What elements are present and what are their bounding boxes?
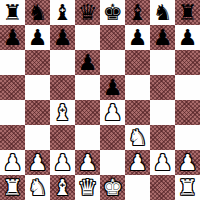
square-h2[interactable]: ♟ [175, 150, 200, 175]
square-b4[interactable] [25, 100, 50, 125]
square-b8[interactable]: ♞ [25, 0, 50, 25]
black-pawn[interactable]: ♟ [28, 25, 48, 50]
black-rook[interactable]: ♜ [178, 0, 198, 25]
black-pawn[interactable]: ♟ [3, 25, 23, 50]
white-pawn[interactable]: ♟ [153, 150, 173, 175]
square-h3[interactable] [175, 125, 200, 150]
square-a7[interactable]: ♟ [0, 25, 25, 50]
square-e3[interactable] [100, 125, 125, 150]
square-h5[interactable] [175, 75, 200, 100]
chess-board: ♜♞♝♛♚♝♞♜♟♟♟♟♟♟♟♟♝♟♞♟♟♟♟♟♟♟♜♞♝♛♚♜ [0, 0, 200, 200]
square-g5[interactable] [150, 75, 175, 100]
square-c4[interactable]: ♝ [50, 100, 75, 125]
square-b1[interactable]: ♞ [25, 175, 50, 200]
square-f1[interactable] [125, 175, 150, 200]
square-e4[interactable]: ♟ [100, 100, 125, 125]
square-a1[interactable]: ♜ [0, 175, 25, 200]
black-knight[interactable]: ♞ [28, 0, 48, 25]
square-f4[interactable] [125, 100, 150, 125]
black-pawn[interactable]: ♟ [78, 50, 98, 75]
square-e6[interactable] [100, 50, 125, 75]
black-pawn[interactable]: ♟ [53, 25, 73, 50]
square-d7[interactable] [75, 25, 100, 50]
square-d6[interactable]: ♟ [75, 50, 100, 75]
black-pawn[interactable]: ♟ [178, 25, 198, 50]
square-f5[interactable] [125, 75, 150, 100]
square-f7[interactable]: ♟ [125, 25, 150, 50]
white-king[interactable]: ♚ [103, 175, 123, 200]
white-pawn[interactable]: ♟ [28, 150, 48, 175]
square-d5[interactable] [75, 75, 100, 100]
square-a8[interactable]: ♜ [0, 0, 25, 25]
square-g8[interactable]: ♞ [150, 0, 175, 25]
square-h4[interactable] [175, 100, 200, 125]
black-bishop[interactable]: ♝ [128, 0, 148, 25]
square-e7[interactable] [100, 25, 125, 50]
black-bishop[interactable]: ♝ [53, 0, 73, 25]
white-pawn[interactable]: ♟ [128, 150, 148, 175]
square-g6[interactable] [150, 50, 175, 75]
black-pawn[interactable]: ♟ [103, 75, 123, 100]
square-h6[interactable] [175, 50, 200, 75]
black-rook[interactable]: ♜ [3, 0, 23, 25]
square-e2[interactable] [100, 150, 125, 175]
square-c2[interactable]: ♟ [50, 150, 75, 175]
square-h8[interactable]: ♜ [175, 0, 200, 25]
square-b3[interactable] [25, 125, 50, 150]
square-a2[interactable]: ♟ [0, 150, 25, 175]
square-a6[interactable] [0, 50, 25, 75]
white-pawn[interactable]: ♟ [53, 150, 73, 175]
square-c8[interactable]: ♝ [50, 0, 75, 25]
square-f6[interactable] [125, 50, 150, 75]
square-g1[interactable] [150, 175, 175, 200]
white-rook[interactable]: ♜ [178, 175, 198, 200]
square-d2[interactable]: ♟ [75, 150, 100, 175]
white-knight[interactable]: ♞ [28, 175, 48, 200]
square-e1[interactable]: ♚ [100, 175, 125, 200]
white-pawn[interactable]: ♟ [78, 150, 98, 175]
black-pawn[interactable]: ♟ [128, 25, 148, 50]
square-c1[interactable]: ♝ [50, 175, 75, 200]
square-c7[interactable]: ♟ [50, 25, 75, 50]
square-d3[interactable] [75, 125, 100, 150]
square-g2[interactable]: ♟ [150, 150, 175, 175]
square-d4[interactable] [75, 100, 100, 125]
square-g3[interactable] [150, 125, 175, 150]
black-queen[interactable]: ♛ [78, 0, 98, 25]
square-f3[interactable]: ♞ [125, 125, 150, 150]
white-queen[interactable]: ♛ [78, 175, 98, 200]
black-pawn[interactable]: ♟ [153, 25, 173, 50]
square-e8[interactable]: ♚ [100, 0, 125, 25]
square-d1[interactable]: ♛ [75, 175, 100, 200]
square-h7[interactable]: ♟ [175, 25, 200, 50]
white-pawn[interactable]: ♟ [178, 150, 198, 175]
square-b5[interactable] [25, 75, 50, 100]
square-a4[interactable] [0, 100, 25, 125]
square-b7[interactable]: ♟ [25, 25, 50, 50]
black-knight[interactable]: ♞ [153, 0, 173, 25]
square-h1[interactable]: ♜ [175, 175, 200, 200]
square-f2[interactable]: ♟ [125, 150, 150, 175]
square-c5[interactable] [50, 75, 75, 100]
square-d8[interactable]: ♛ [75, 0, 100, 25]
white-rook[interactable]: ♜ [3, 175, 23, 200]
white-pawn[interactable]: ♟ [3, 150, 23, 175]
square-c6[interactable] [50, 50, 75, 75]
square-f8[interactable]: ♝ [125, 0, 150, 25]
square-e5[interactable]: ♟ [100, 75, 125, 100]
white-pawn[interactable]: ♟ [103, 100, 123, 125]
square-a3[interactable] [0, 125, 25, 150]
black-king[interactable]: ♚ [103, 0, 123, 25]
square-b2[interactable]: ♟ [25, 150, 50, 175]
square-g7[interactable]: ♟ [150, 25, 175, 50]
square-c3[interactable] [50, 125, 75, 150]
square-b6[interactable] [25, 50, 50, 75]
square-g4[interactable] [150, 100, 175, 125]
white-bishop[interactable]: ♝ [53, 175, 73, 200]
square-a5[interactable] [0, 75, 25, 100]
white-bishop[interactable]: ♝ [53, 100, 73, 125]
white-knight[interactable]: ♞ [128, 125, 148, 150]
